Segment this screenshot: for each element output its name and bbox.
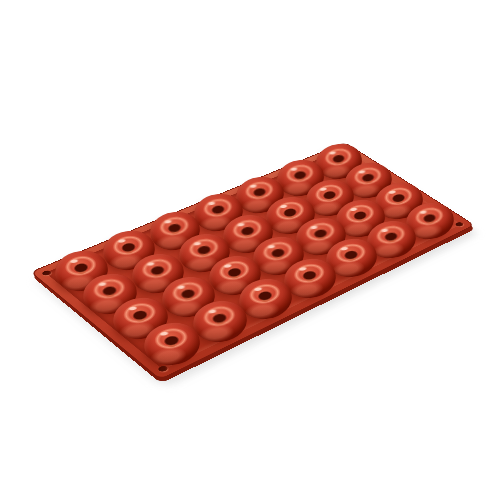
- product-photo: [0, 0, 500, 500]
- cavity-grid: [0, 0, 500, 500]
